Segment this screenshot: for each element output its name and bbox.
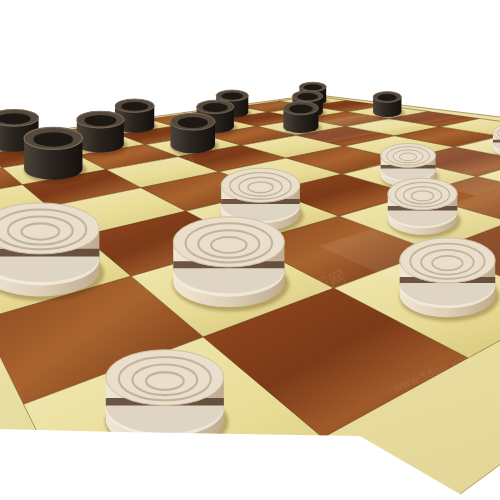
piece-recess [289,104,313,113]
piece-recess [304,84,322,90]
dark-piece-r2c7[interactable] [373,92,404,120]
light-piece-r5c0[interactable] [0,203,104,301]
light-piece-r6c1[interactable] [172,217,289,312]
piece-recess [203,103,228,112]
piece-recess [121,102,148,111]
dark-piece-r2c3[interactable] [170,113,218,156]
piece-top [173,217,284,267]
piece-recess [84,115,116,126]
piece-recess [297,93,318,100]
piece-top [106,350,224,406]
piece-recess [33,132,73,147]
piece-recess [178,117,208,128]
board-scene: 千图网 千图网 www.58pic.com [0,0,500,500]
product-photo: 千图网 千图网 www.58pic.com [0,0,500,500]
light-piece-r6c3[interactable] [388,178,461,238]
piece-recess [378,94,397,101]
light-piece-r7c2[interactable] [399,238,499,322]
piece-top [400,238,496,283]
dark-piece-r2c5[interactable] [283,102,321,136]
dark-piece-r1c2[interactable] [77,111,127,155]
piece-top [388,178,457,209]
dark-piece-r2c1[interactable] [24,127,86,183]
piece-recess [221,92,243,99]
